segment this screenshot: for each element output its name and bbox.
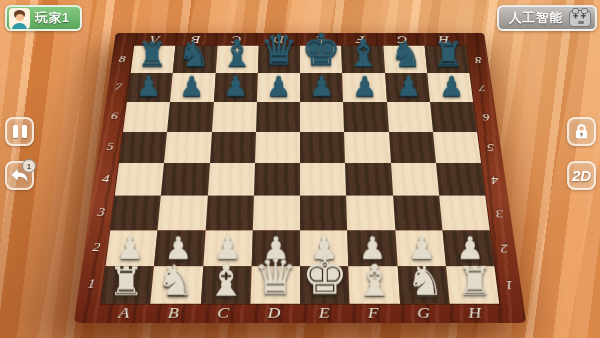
- square-h3[interactable]: [439, 196, 490, 230]
- square-a1[interactable]: ♜: [101, 266, 154, 304]
- square-h1[interactable]: ♜: [446, 266, 499, 304]
- piece-black-pawn[interactable]: ♟: [386, 72, 429, 100]
- view-2d-toggle-button[interactable]: 2D: [567, 161, 596, 190]
- square-e4[interactable]: [300, 163, 346, 196]
- view-2d-label: 2D: [572, 167, 591, 184]
- player-avatar-icon: [9, 8, 30, 29]
- square-d7[interactable]: ♟: [257, 73, 300, 102]
- square-f7[interactable]: ♟: [342, 73, 386, 102]
- piece-black-pawn[interactable]: ♟: [300, 72, 343, 100]
- rank-label-5: 5: [486, 142, 494, 153]
- piece-black-pawn[interactable]: ♟: [430, 72, 473, 100]
- piece-white-bishop[interactable]: ♝: [350, 258, 400, 302]
- square-a4[interactable]: [115, 163, 164, 196]
- square-g4[interactable]: [391, 163, 439, 196]
- square-g6[interactable]: [387, 102, 433, 132]
- undo-count-badge: 1: [22, 159, 36, 173]
- player1-name: 玩家1: [35, 10, 70, 27]
- rank-label-3: 3: [494, 207, 503, 219]
- rank-label-4: 4: [101, 173, 110, 185]
- file-label-g: G: [417, 306, 431, 322]
- file-label-f: F: [356, 34, 365, 45]
- rank-label-5: 5: [106, 142, 114, 153]
- rank-label-7: 7: [478, 82, 486, 92]
- square-b7[interactable]: ♟: [170, 73, 215, 102]
- robot-icon: ++: [569, 10, 591, 27]
- piece-white-queen[interactable]: ♛: [250, 252, 300, 301]
- square-c3[interactable]: [205, 196, 254, 230]
- square-g3[interactable]: [393, 196, 443, 230]
- file-label-c: C: [217, 306, 230, 322]
- piece-black-pawn[interactable]: ♟: [170, 72, 213, 100]
- square-d6[interactable]: [256, 102, 300, 132]
- square-c6[interactable]: [212, 102, 257, 132]
- square-b3[interactable]: [158, 196, 208, 230]
- file-label-e: E: [319, 306, 330, 322]
- square-h7[interactable]: ♟: [427, 73, 473, 102]
- lock-icon: [572, 122, 591, 141]
- square-h5[interactable]: [433, 132, 481, 163]
- piece-white-rook[interactable]: ♜: [101, 262, 151, 302]
- piece-black-pawn[interactable]: ♟: [214, 72, 257, 100]
- square-e5[interactable]: [300, 132, 345, 163]
- square-e3[interactable]: [300, 196, 347, 230]
- file-label-c: C: [232, 34, 242, 45]
- ai-player-name: 人工智能: [509, 10, 563, 27]
- square-b6[interactable]: [167, 102, 213, 132]
- rank-label-6: 6: [110, 111, 118, 122]
- square-f1[interactable]: ♝: [349, 266, 400, 304]
- rank-label-6: 6: [482, 111, 490, 122]
- file-label-d: D: [267, 306, 280, 322]
- square-b1[interactable]: ♞: [151, 266, 203, 304]
- square-c4[interactable]: [207, 163, 254, 196]
- ai-player-badge: 人工智能 ++: [497, 5, 597, 31]
- file-labels-bottom: ABCDEFGH: [98, 304, 501, 323]
- rank-label-1: 1: [504, 278, 513, 291]
- file-label-a: A: [150, 34, 160, 45]
- board-3d-perspective: ♜♞♝♛♚♝♞♜♟♟♟♟♟♟♟♟♟♟♟♟♟♟♟♟♜♞♝♛♚♝♞♜ 8765432…: [74, 33, 526, 323]
- piece-white-rook[interactable]: ♜: [449, 262, 499, 302]
- rank-label-4: 4: [490, 173, 499, 185]
- square-b4[interactable]: [161, 163, 209, 196]
- file-label-g: G: [396, 34, 407, 45]
- square-c7[interactable]: ♟: [213, 73, 257, 102]
- rank-label-2: 2: [92, 242, 101, 255]
- square-f6[interactable]: [343, 102, 388, 132]
- player1-badge: 玩家1: [5, 5, 82, 31]
- rank-label-1: 1: [87, 278, 96, 291]
- piece-white-bishop[interactable]: ♝: [200, 258, 250, 302]
- file-label-h: H: [438, 34, 450, 45]
- chess-app-screen: ♜♞♝♛♚♝♞♜♟♟♟♟♟♟♟♟♟♟♟♟♟♟♟♟♜♞♝♛♚♝♞♜ 8765432…: [0, 0, 600, 338]
- square-h4[interactable]: [436, 163, 485, 196]
- square-c5[interactable]: [210, 132, 256, 163]
- rank-label-3: 3: [97, 207, 106, 219]
- pause-icon: [13, 125, 18, 138]
- file-label-h: H: [468, 306, 483, 322]
- pause-button[interactable]: [5, 117, 34, 146]
- square-d4[interactable]: [254, 163, 300, 196]
- square-a3[interactable]: [110, 196, 161, 230]
- piece-black-pawn[interactable]: ♟: [343, 72, 386, 100]
- square-g1[interactable]: ♞: [397, 266, 449, 304]
- square-g5[interactable]: [388, 132, 435, 163]
- rank-label-8: 8: [474, 54, 482, 64]
- rank-label-8: 8: [118, 54, 126, 64]
- square-e6[interactable]: [300, 102, 344, 132]
- square-e1[interactable]: ♚: [300, 266, 350, 304]
- piece-black-pawn[interactable]: ♟: [257, 72, 300, 100]
- piece-white-knight[interactable]: ♞: [400, 260, 450, 302]
- square-a7[interactable]: ♟: [127, 73, 173, 102]
- file-label-b: B: [167, 306, 179, 322]
- file-label-e: E: [315, 34, 324, 45]
- file-label-f: F: [368, 306, 380, 322]
- square-e7[interactable]: ♟: [300, 73, 343, 102]
- square-c1[interactable]: ♝: [200, 266, 251, 304]
- square-g7[interactable]: ♟: [385, 73, 430, 102]
- rank-label-7: 7: [114, 82, 122, 92]
- square-a6[interactable]: [123, 102, 170, 132]
- square-f3[interactable]: [346, 196, 395, 230]
- board-grid: ♜♞♝♛♚♝♞♜♟♟♟♟♟♟♟♟♟♟♟♟♟♟♟♟♜♞♝♛♚♝♞♜: [101, 46, 499, 304]
- square-d3[interactable]: [253, 196, 300, 230]
- rank-label-2: 2: [499, 242, 508, 255]
- piece-black-pawn[interactable]: ♟: [127, 72, 170, 100]
- square-d5[interactable]: [255, 132, 300, 163]
- undo-move-button[interactable]: 1: [5, 161, 34, 190]
- file-label-b: B: [191, 34, 201, 45]
- square-a5[interactable]: [119, 132, 167, 163]
- square-h6[interactable]: [430, 102, 477, 132]
- square-f4[interactable]: [345, 163, 392, 196]
- piece-white-king[interactable]: ♚: [300, 250, 350, 302]
- file-label-d: D: [273, 34, 284, 45]
- square-d1[interactable]: ♛: [250, 266, 300, 304]
- piece-white-knight[interactable]: ♞: [151, 260, 201, 302]
- chess-board: ♜♞♝♛♚♝♞♜♟♟♟♟♟♟♟♟♟♟♟♟♟♟♟♟♜♞♝♛♚♝♞♜ 8765432…: [74, 33, 526, 323]
- lock-button[interactable]: [567, 117, 596, 146]
- pause-icon: [22, 125, 27, 138]
- square-f5[interactable]: [344, 132, 390, 163]
- square-b5[interactable]: [164, 132, 211, 163]
- file-label-a: A: [118, 306, 131, 322]
